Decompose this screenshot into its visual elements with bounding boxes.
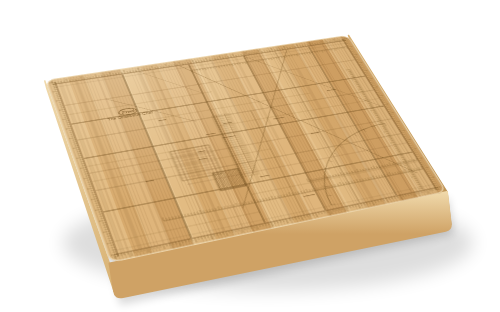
etch-line — [98, 78, 164, 243]
ruler-tick — [357, 62, 362, 63]
ruler-tick — [332, 209, 333, 211]
ruler-tick — [392, 163, 393, 165]
ruler-tick — [89, 186, 93, 187]
protractor-tick — [331, 204, 335, 205]
ruler-tick — [302, 53, 303, 54]
ruler-tick — [410, 193, 411, 195]
ruler-tick — [406, 139, 411, 140]
ruler-tick — [206, 210, 207, 212]
ruler-tick — [356, 179, 358, 182]
etch-line — [337, 115, 385, 197]
ruler-tick — [182, 63, 183, 65]
ruler-tick — [64, 81, 65, 83]
ruler-tick — [391, 142, 395, 143]
ruler-tick — [96, 205, 100, 206]
ruler-tick — [322, 50, 323, 52]
ruler-tick — [330, 210, 332, 214]
ruler-tick — [305, 45, 306, 47]
ruler-tick — [197, 69, 198, 70]
ruler-tick — [392, 118, 395, 119]
ruler-tick — [400, 130, 405, 131]
ruler-tick — [426, 190, 428, 194]
ruler-tick — [130, 71, 131, 73]
ruler-tick — [321, 41, 323, 44]
ruler-tick — [185, 62, 186, 64]
ruler-tick — [281, 195, 282, 197]
ruler-tick — [206, 58, 208, 61]
ruler-tick — [409, 145, 412, 146]
ruler-tick — [365, 178, 366, 180]
ruler-tick — [57, 98, 60, 99]
ruler-tick — [301, 191, 302, 193]
ruler-tick — [391, 197, 392, 199]
ruler-tick — [380, 199, 381, 201]
ruler-tick — [402, 159, 405, 160]
ruler-tick — [57, 97, 60, 98]
ruler-tick — [379, 97, 382, 98]
ruler-tick — [208, 68, 209, 69]
ruler-tick — [64, 117, 68, 118]
ruler-tick — [402, 134, 405, 135]
ruler-tick — [79, 159, 83, 160]
ruler-tick — [349, 206, 350, 208]
ruler-tick — [410, 147, 413, 148]
ruler-tick — [325, 42, 326, 44]
ruler-tick — [296, 44, 298, 47]
ruler-tick — [337, 48, 338, 49]
ruler-tick — [99, 214, 103, 215]
ruler-tick — [289, 218, 290, 220]
ruler-tick — [160, 245, 161, 248]
ruler-tick — [62, 119, 68, 120]
ruler-tick — [155, 67, 156, 69]
ladder-line — [216, 115, 246, 177]
ruler-tick — [369, 202, 370, 204]
ruler-tick — [337, 40, 338, 42]
ruler-tick — [61, 107, 65, 108]
ruler-tick — [133, 70, 134, 72]
ruler-tick — [105, 229, 109, 230]
ruler-tick — [332, 40, 333, 42]
ruler-tick — [408, 160, 409, 162]
ruler-tick — [388, 197, 389, 199]
etch-line — [236, 57, 279, 139]
etch-line — [187, 143, 406, 185]
ruler-tick — [166, 218, 167, 221]
ladder-line — [228, 113, 258, 174]
ruler-tick — [233, 204, 234, 206]
ruler-tick — [280, 220, 281, 222]
ruler-tick — [265, 223, 266, 226]
ruler-tick — [124, 70, 125, 73]
ruler-tick — [98, 211, 102, 212]
ruler-tick — [179, 241, 181, 245]
micro-annotation — [303, 194, 315, 197]
ruler-tick — [343, 38, 348, 39]
ruler-tick — [300, 45, 301, 47]
ruler-tick — [301, 216, 303, 220]
ruler-tick — [364, 203, 365, 205]
ruler-tick — [304, 190, 305, 192]
protractor-tick — [327, 195, 331, 196]
ruler-tick — [211, 67, 212, 68]
ruler-tick — [266, 198, 267, 200]
ruler-tick — [81, 77, 82, 80]
micro-annotation — [206, 133, 216, 135]
ruler-tick — [282, 48, 283, 50]
ruler-tick — [386, 198, 388, 202]
ruler-tick — [53, 86, 56, 87]
ruler-tick — [348, 46, 353, 47]
ruler-tick — [65, 121, 69, 122]
ruler-tick — [259, 224, 260, 227]
ruler-tick — [73, 142, 77, 143]
ruler-tick — [309, 214, 310, 216]
ruler-tick — [388, 111, 391, 112]
ruler-tick — [198, 237, 199, 240]
ruler-tick — [355, 204, 356, 206]
ruler-tick — [197, 212, 198, 214]
ruler-tick — [226, 231, 228, 235]
ruler-tick — [223, 232, 224, 235]
ruler-tick — [420, 162, 423, 163]
ruler-tick — [268, 58, 269, 59]
ruler-tick — [251, 201, 252, 203]
protractor-arc — [296, 123, 423, 205]
ruler-tick — [368, 178, 369, 180]
ruler-tick — [162, 217, 163, 221]
ruler-tick — [82, 165, 86, 166]
ruler-tick — [351, 181, 352, 183]
ruler-tick — [421, 164, 424, 165]
ruler-tick — [256, 225, 258, 229]
ruler-tick — [256, 52, 257, 54]
ruler-tick — [304, 215, 305, 217]
ruler-tick — [397, 172, 398, 174]
ruler-tick — [99, 220, 105, 221]
ruler-tick — [227, 65, 228, 66]
ruler-tick — [364, 100, 368, 101]
ruler-tick — [253, 226, 254, 229]
ruler-tick — [107, 236, 111, 237]
ruler-tick — [289, 55, 290, 56]
ruler-tick — [240, 63, 241, 64]
ruler-tick — [433, 183, 436, 184]
etch-line — [251, 111, 304, 215]
etch-line — [68, 92, 212, 115]
ruler-tick — [59, 102, 62, 103]
ruler-tick — [76, 157, 82, 158]
ruler-tick — [429, 177, 434, 178]
ruler-tick — [284, 46, 286, 49]
ruler-tick — [435, 187, 440, 188]
protractor-tick — [363, 129, 366, 132]
ruler-tick — [253, 61, 254, 62]
ruler-tick — [312, 43, 313, 45]
ruler-tick — [230, 205, 231, 207]
ruler-tick — [77, 153, 81, 154]
ruler-tick — [349, 172, 350, 174]
ruler-tick — [221, 207, 222, 209]
ruler-tick — [309, 52, 310, 54]
ruler-tick — [169, 243, 170, 246]
ruler-tick — [59, 109, 65, 110]
ruler-tick — [113, 73, 114, 75]
ruler-tick — [222, 57, 223, 59]
ruler-tick — [421, 191, 422, 193]
ruler-tick — [80, 161, 84, 162]
ruler-tick — [404, 163, 407, 164]
ruler-tick — [102, 222, 106, 223]
ruler-tick — [72, 140, 76, 141]
ruler-tick — [295, 192, 296, 194]
ruler-tick — [111, 247, 115, 248]
ruler-tick — [389, 163, 391, 166]
ruler-tick — [358, 204, 360, 208]
ruler-tick — [424, 190, 425, 192]
ruler-tick — [294, 55, 295, 56]
ruler-tick — [381, 101, 384, 102]
ruler-tick — [56, 95, 59, 96]
ruler-tick — [263, 59, 264, 60]
ruler-tick — [395, 148, 398, 149]
ruler-tick — [416, 156, 419, 157]
ruler-tick — [56, 93, 59, 94]
protractor-tick — [354, 134, 357, 137]
ruler-tick — [398, 127, 401, 128]
ruler-tick — [373, 176, 375, 179]
ruler-tick — [383, 199, 384, 201]
ruler-tick — [250, 226, 251, 229]
ruler-tick — [352, 54, 357, 55]
ruler-tick — [94, 201, 98, 202]
ruler-tick — [245, 62, 246, 64]
ruler-tick — [329, 41, 330, 43]
ruler-tick — [274, 221, 275, 224]
ruler-tick — [416, 182, 419, 183]
ruler-tick — [73, 79, 74, 81]
ruler-tick — [397, 125, 400, 126]
ruler-tick — [426, 172, 429, 173]
ruler-tick — [254, 52, 255, 54]
ruler-tick — [268, 223, 269, 226]
ruler-tick — [363, 169, 364, 171]
ruler-tick — [141, 69, 142, 71]
ruler-tick — [346, 182, 347, 184]
hatch-square-fill — [187, 164, 270, 196]
ruler-tick — [59, 104, 62, 105]
ruler-tick — [71, 136, 75, 137]
ruler-tick — [405, 138, 408, 139]
ruler-tick — [95, 203, 99, 204]
ruler-tick — [271, 58, 272, 60]
micro-annotation — [273, 117, 284, 120]
ruler-tick — [355, 170, 356, 172]
ruler-tick — [394, 196, 395, 198]
ruler-tick — [405, 169, 407, 172]
ruler-tick — [340, 182, 342, 185]
ruler-tick — [108, 238, 112, 239]
ruler-tick — [392, 173, 393, 175]
ruler-tick — [269, 197, 270, 199]
ruler-tick — [368, 78, 373, 79]
ruler-tick — [271, 196, 273, 199]
ruler-tick — [329, 49, 330, 50]
ruler-tick — [228, 56, 229, 58]
ruler-tick — [315, 43, 316, 45]
ruler-tick — [163, 244, 165, 249]
ruler-tick — [215, 208, 216, 210]
ruler-tick — [397, 196, 398, 198]
ruler-tick — [418, 160, 421, 161]
ruler-tick — [192, 239, 193, 242]
ruler-tick — [188, 239, 189, 242]
ruler-tick — [121, 72, 122, 74]
ruler-tick — [54, 88, 57, 89]
ruler-tick — [88, 184, 92, 185]
ruler-tick — [286, 56, 287, 57]
ruler-tick — [68, 126, 72, 127]
ruler-tick — [418, 191, 419, 193]
ruler-tick — [157, 246, 158, 249]
ruler-tick — [119, 72, 120, 74]
ruler-tick — [360, 169, 361, 171]
ruler-tick — [213, 67, 214, 68]
ruler-tick — [173, 242, 174, 245]
ruler-tick — [134, 251, 135, 254]
ruler-tick — [219, 56, 221, 59]
ruler-tick — [352, 79, 356, 80]
ruler-tick — [165, 64, 167, 67]
ruler-tick — [316, 178, 317, 180]
ruler-tick — [399, 195, 401, 199]
ruler-tick — [407, 142, 410, 143]
ruler-tick — [176, 242, 177, 245]
ruler-tick — [344, 47, 345, 48]
ruler-tick — [371, 110, 375, 111]
ruler-tick — [210, 235, 212, 239]
ruler-tick — [334, 48, 335, 50]
ruler-tick — [66, 128, 72, 129]
ruler-tick — [363, 70, 368, 71]
ruler-tick — [194, 212, 195, 214]
ruler-tick — [419, 186, 422, 187]
ruler-tick — [175, 216, 176, 219]
etch-line — [152, 70, 224, 231]
ruler-tick — [384, 131, 388, 132]
ruler-tick — [262, 51, 263, 53]
ruler-tick — [224, 65, 225, 66]
ruler-tick — [266, 59, 267, 60]
ruler-tick — [321, 187, 322, 189]
ruler-tick — [302, 45, 303, 47]
ruler-tick — [384, 165, 385, 167]
ruler-tick — [107, 242, 114, 243]
ruler-tick — [318, 212, 319, 214]
ruler-tick — [274, 58, 275, 59]
ruler-tick — [103, 225, 107, 226]
ruler-tick — [83, 178, 89, 179]
ruler-tick — [77, 151, 81, 152]
ruler-tick — [213, 234, 214, 237]
ruler-tick — [241, 228, 243, 232]
ruler-tick — [73, 147, 79, 148]
ruler-tick — [163, 66, 164, 68]
ruler-tick — [286, 194, 287, 196]
ruler-tick — [396, 123, 399, 124]
ruler-tick — [403, 161, 406, 162]
ruler-tick — [209, 209, 210, 211]
protractor-tick — [328, 160, 332, 162]
ruler-tick — [107, 74, 108, 76]
ruler-tick — [238, 229, 239, 232]
ruler-tick — [411, 159, 412, 161]
ruler-tick — [295, 46, 296, 48]
ruler-tick — [396, 150, 399, 151]
ruler-tick — [174, 64, 175, 66]
ruler-tick — [357, 169, 359, 172]
ruler-tick — [395, 172, 396, 174]
ruler-tick — [341, 47, 342, 48]
etch-line — [103, 152, 412, 212]
ruler-tick — [239, 203, 240, 205]
ruler-tick — [337, 184, 338, 186]
ruler-tick — [330, 175, 331, 177]
ruler-tick — [177, 64, 178, 66]
ruler-tick — [411, 176, 415, 177]
ruler-tick — [315, 213, 317, 217]
ruler-tick — [407, 167, 410, 168]
ruler-tick — [338, 208, 339, 210]
ruler-tick — [127, 252, 128, 255]
ruler-tick — [327, 210, 328, 212]
ruler-tick — [318, 188, 319, 190]
ruler-tick — [91, 199, 97, 200]
ruler-tick — [387, 109, 390, 110]
ruler-tick — [88, 182, 92, 183]
ruler-tick — [147, 248, 149, 253]
ruler-tick — [242, 203, 243, 205]
ruler-tick — [69, 130, 73, 131]
ruler-tick — [352, 171, 353, 173]
ruler-tick — [104, 75, 105, 77]
ruler-tick — [321, 177, 322, 179]
ruler-tick — [216, 66, 217, 67]
ruler-tick — [382, 165, 383, 167]
ruler-tick — [219, 66, 220, 68]
ruler-tick — [169, 217, 170, 220]
ruler-tick — [267, 50, 268, 52]
ruler-tick — [221, 66, 222, 67]
ruler-tick — [306, 215, 307, 217]
ruler-tick — [205, 68, 206, 70]
ruler-tick — [76, 149, 80, 150]
ruler-tick — [113, 252, 117, 253]
ruler-tick — [138, 68, 139, 71]
etch-line — [138, 72, 169, 143]
ruler-tick — [382, 102, 385, 103]
ruler-tick — [229, 64, 230, 65]
ruler-tick — [225, 56, 226, 58]
ruler-tick — [295, 217, 296, 219]
ruler-tick — [317, 51, 318, 52]
ruler-tick — [428, 175, 431, 176]
ruler-tick — [430, 179, 433, 180]
ruler-tick — [112, 249, 116, 250]
ruler-tick — [381, 175, 382, 177]
ruler-tick — [287, 47, 288, 49]
ruler-tick — [244, 228, 245, 231]
